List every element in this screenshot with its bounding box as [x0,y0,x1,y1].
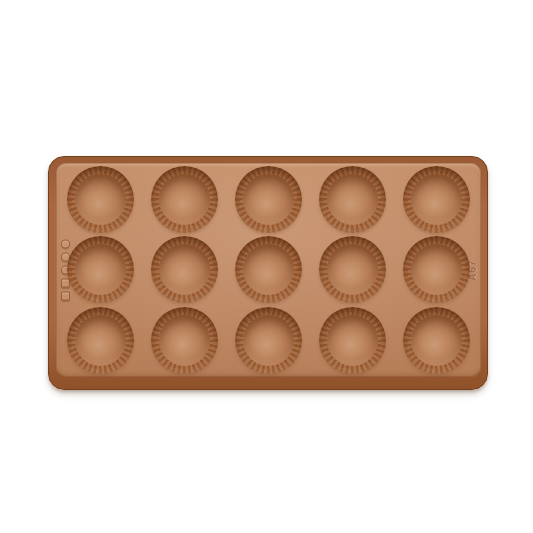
mold-cavity [403,166,470,233]
mold-cavity [319,236,386,303]
mold-cavity [67,236,134,303]
mold-cavity [319,307,386,374]
mold-cavity [235,307,302,374]
mold-cavity [67,166,134,233]
embossed-mold-code: A67 [467,259,478,280]
cavity-grid [56,163,481,377]
mold-cavity [67,307,134,374]
mold-cavity [151,236,218,303]
mold-cavity [235,166,302,233]
mold-cavity [403,236,470,303]
silicone-mold: A67 [48,156,488,390]
product-photo-canvas: A67 [0,0,533,533]
mold-cavity [151,166,218,233]
mold-surface: A67 [56,163,481,377]
mold-cavity [403,307,470,374]
mold-cavity [319,166,386,233]
mold-cavity [151,307,218,374]
mold-cavity [235,236,302,303]
